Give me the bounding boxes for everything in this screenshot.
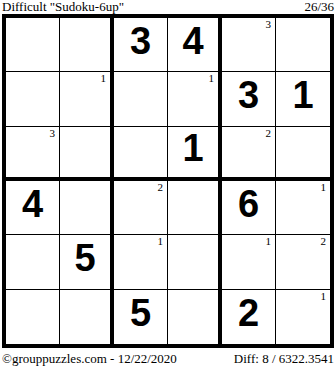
cell-r6c3[interactable]: 5 — [114, 290, 168, 344]
cell-value — [168, 235, 218, 288]
cell-r4c5[interactable]: 6 — [222, 181, 276, 235]
sudoku-board: 343113131242615112521 — [2, 14, 334, 348]
cell-value — [60, 290, 110, 344]
cell-value — [114, 72, 167, 125]
cell-r6c1[interactable] — [6, 290, 60, 344]
cell-value — [6, 290, 59, 344]
cell-r3c3[interactable] — [114, 127, 168, 181]
cell-r5c3[interactable]: 1 — [114, 235, 168, 289]
cell-value: 3 — [114, 18, 167, 71]
cell-r2c5[interactable]: 3 — [222, 72, 276, 126]
cell-r3c4[interactable]: 1 — [168, 127, 222, 181]
cell-value — [6, 72, 59, 125]
cell-value — [276, 127, 330, 177]
cell-r4c6[interactable]: 1 — [276, 181, 330, 235]
cell-value: 4 — [6, 181, 59, 234]
copyright-text: ©grouppuzzles.com - 12/22/2020 — [2, 351, 177, 366]
cell-value — [60, 127, 110, 177]
corner-mark: 3 — [50, 127, 56, 140]
cell-value: 5 — [114, 290, 167, 344]
cell-r2c4[interactable]: 1 — [168, 72, 222, 126]
cell-r1c6[interactable] — [276, 18, 330, 72]
cell-r6c4[interactable] — [168, 290, 222, 344]
cell-value — [6, 235, 59, 288]
cell-r1c4[interactable]: 4 — [168, 18, 222, 72]
corner-mark: 1 — [101, 72, 107, 85]
corner-mark: 2 — [321, 235, 327, 248]
sudoku-page: Difficult "Sudoku-6up" 26/36 34311313124… — [0, 0, 336, 370]
cell-r5c6[interactable]: 2 — [276, 235, 330, 289]
cell-r1c5[interactable]: 3 — [222, 18, 276, 72]
cell-value — [114, 127, 167, 177]
cell-r6c5[interactable]: 2 — [222, 290, 276, 344]
corner-mark: 1 — [209, 72, 215, 85]
corner-mark: 2 — [158, 181, 164, 194]
cell-value — [60, 18, 110, 71]
cell-value: 3 — [222, 72, 275, 125]
difficulty-text: Diff: 8 / 6322.3541 — [234, 351, 334, 366]
cell-value — [60, 181, 110, 234]
cell-r2c1[interactable] — [6, 72, 60, 126]
cell-r1c1[interactable] — [6, 18, 60, 72]
cell-value: 1 — [168, 127, 218, 177]
corner-mark: 3 — [266, 18, 272, 31]
cell-value — [168, 290, 218, 344]
cell-r4c3[interactable]: 2 — [114, 181, 168, 235]
corner-mark: 1 — [158, 235, 164, 248]
cell-r4c1[interactable]: 4 — [6, 181, 60, 235]
cell-value: 5 — [60, 235, 110, 288]
cell-r2c2[interactable]: 1 — [60, 72, 114, 126]
cell-r2c6[interactable]: 1 — [276, 72, 330, 126]
cell-value — [276, 18, 330, 71]
cell-value: 2 — [222, 290, 275, 344]
cell-r1c2[interactable] — [60, 18, 114, 72]
cell-value: 4 — [168, 18, 218, 71]
cell-r5c2[interactable]: 5 — [60, 235, 114, 289]
cell-r3c2[interactable] — [60, 127, 114, 181]
corner-mark: 2 — [266, 127, 272, 140]
cell-r5c5[interactable]: 1 — [222, 235, 276, 289]
cell-r3c1[interactable]: 3 — [6, 127, 60, 181]
cell-r1c3[interactable]: 3 — [114, 18, 168, 72]
header: Difficult "Sudoku-6up" 26/36 — [2, 0, 334, 14]
cell-r6c6[interactable]: 1 — [276, 290, 330, 344]
cell-r2c3[interactable] — [114, 72, 168, 126]
cell-r3c6[interactable] — [276, 127, 330, 181]
cell-r4c2[interactable] — [60, 181, 114, 235]
cell-value — [168, 181, 218, 234]
cell-r6c2[interactable] — [60, 290, 114, 344]
cell-r5c4[interactable] — [168, 235, 222, 289]
cell-r4c4[interactable] — [168, 181, 222, 235]
puzzle-title: Difficult "Sudoku-6up" — [2, 0, 124, 13]
cell-r3c5[interactable]: 2 — [222, 127, 276, 181]
puzzle-counter: 26/36 — [304, 0, 334, 13]
corner-mark: 1 — [321, 181, 327, 194]
footer: ©grouppuzzles.com - 12/22/2020 Diff: 8 /… — [2, 351, 334, 366]
cell-value — [6, 18, 59, 71]
corner-mark: 1 — [321, 290, 327, 303]
cell-value: 1 — [276, 72, 330, 125]
cell-r5c1[interactable] — [6, 235, 60, 289]
corner-mark: 1 — [266, 235, 272, 248]
cell-value: 6 — [222, 181, 275, 234]
